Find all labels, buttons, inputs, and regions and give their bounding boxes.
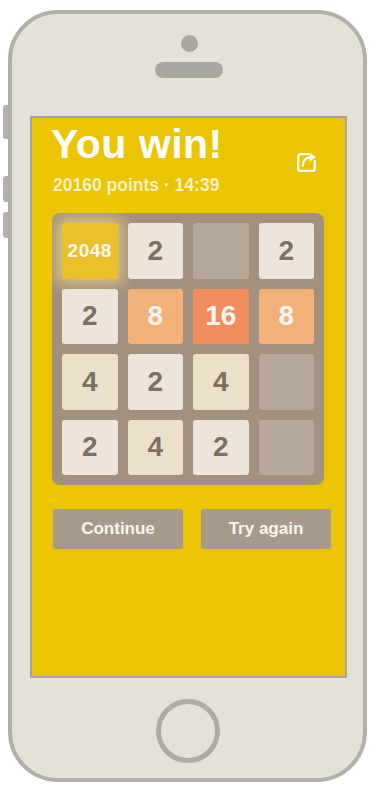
- empty-cell: [193, 223, 249, 279]
- continue-button[interactable]: Continue: [53, 509, 183, 549]
- home-button: [156, 699, 220, 763]
- score-and-time: 20160 points · 14:39: [53, 175, 219, 196]
- phone-mockup: You win! 20160 points · 14:39 2048222816…: [0, 0, 375, 787]
- board-grid: 20482228168424242: [52, 213, 324, 485]
- tile-4: 4: [62, 354, 118, 410]
- score-text: 20160 points: [53, 175, 159, 195]
- tile-8: 8: [128, 289, 184, 345]
- tile-4: 4: [128, 420, 184, 476]
- empty-cell: [259, 354, 315, 410]
- page-title: You win!: [51, 120, 223, 169]
- earpiece-speaker: [155, 62, 223, 78]
- try-again-button[interactable]: Try again: [201, 509, 331, 549]
- tile-4: 4: [193, 354, 249, 410]
- tile-2: 2: [259, 223, 315, 279]
- share-icon[interactable]: [293, 149, 320, 176]
- tile-2: 2: [62, 289, 118, 345]
- tile-2: 2: [193, 420, 249, 476]
- game-screen: You win! 20160 points · 14:39 2048222816…: [30, 116, 347, 678]
- tile-2048: 2048: [62, 223, 118, 279]
- empty-cell: [259, 420, 315, 476]
- tile-16: 16: [193, 289, 249, 345]
- separator-dot: ·: [164, 175, 170, 195]
- tile-2: 2: [62, 420, 118, 476]
- time-text: 14:39: [175, 175, 220, 195]
- tile-2: 2: [128, 354, 184, 410]
- tile-2: 2: [128, 223, 184, 279]
- tile-8: 8: [259, 289, 315, 345]
- front-camera-icon: [181, 35, 198, 52]
